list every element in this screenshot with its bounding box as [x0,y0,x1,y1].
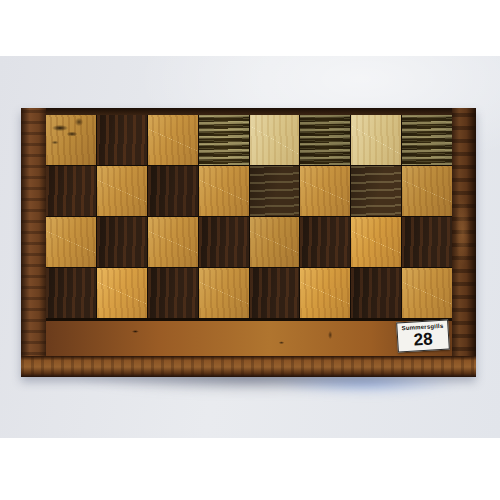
board-frame-top-rail [46,108,452,115]
square-r4c1 [46,268,96,318]
game-board: Summersgills 28 [21,108,476,377]
square-r2c5 [250,166,300,216]
square-r3c5 [250,217,300,267]
square-r2c6 [300,166,350,216]
square-r1c2 [97,115,147,165]
square-r4c7 [351,268,401,318]
board-frame-bottom-rail [21,356,476,377]
square-r1c5 [250,115,300,165]
square-r3c7 [351,217,401,267]
square-r4c2 [97,268,147,318]
square-r1c6 [300,115,350,165]
lot-label: Summersgills 28 [396,319,450,352]
square-r4c8 [402,268,452,318]
square-r2c2 [97,166,147,216]
square-r1c8 [402,115,452,165]
play-area [46,115,452,319]
square-r4c3 [148,268,198,318]
square-r2c1 [46,166,96,216]
square-r4c6 [300,268,350,318]
square-r3c3 [148,217,198,267]
square-r3c2 [97,217,147,267]
square-r3c1 [46,217,96,267]
square-r1c3 [148,115,198,165]
board-frame-left-rail [21,108,46,377]
board-frame-right-rail [452,108,476,377]
square-r4c5 [250,268,300,318]
square-r2c4 [199,166,249,216]
square-r4c4 [199,268,249,318]
square-r3c8 [402,217,452,267]
lot-label-number: 28 [413,331,433,349]
square-r1c7 [351,115,401,165]
square-r1c1 [46,115,96,165]
square-r1c4 [199,115,249,165]
square-r3c6 [300,217,350,267]
hinge-band [46,318,452,356]
square-r3c4 [199,217,249,267]
square-r2c8 [402,166,452,216]
square-r2c7 [351,166,401,216]
square-r2c3 [148,166,198,216]
